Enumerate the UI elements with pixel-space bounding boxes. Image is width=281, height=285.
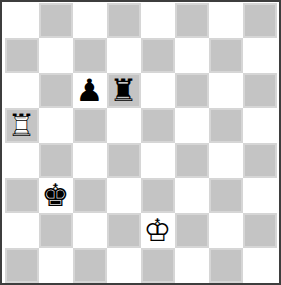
square-h4[interactable] (243, 143, 277, 178)
square-g3[interactable] (209, 178, 243, 213)
piece-white-king[interactable]: ♚♔ (142, 215, 173, 246)
square-f4[interactable] (175, 143, 209, 178)
square-e3[interactable] (141, 178, 175, 213)
square-e8[interactable] (141, 3, 175, 38)
square-e5[interactable] (141, 108, 175, 143)
square-b6[interactable] (39, 73, 73, 108)
square-a4[interactable] (5, 143, 39, 178)
square-c6[interactable]: ♟ (73, 73, 107, 108)
square-c7[interactable] (73, 38, 107, 73)
square-d1[interactable] (107, 248, 141, 283)
chess-board: ♟♜♜♖♚♚♔ (5, 3, 277, 283)
square-c2[interactable] (73, 213, 107, 248)
square-g5[interactable] (209, 108, 243, 143)
square-a3[interactable] (5, 178, 39, 213)
square-f7[interactable] (175, 38, 209, 73)
black-pawn-glyph: ♟ (74, 75, 105, 106)
piece-black-king[interactable]: ♚ (40, 180, 71, 211)
square-c3[interactable] (73, 178, 107, 213)
square-g1[interactable] (209, 248, 243, 283)
square-b4[interactable] (39, 143, 73, 178)
piece-black-pawn[interactable]: ♟ (74, 75, 105, 106)
square-g2[interactable] (209, 213, 243, 248)
black-king-glyph: ♚ (40, 180, 71, 211)
piece-white-rook[interactable]: ♜♖ (6, 110, 37, 141)
square-c4[interactable] (73, 143, 107, 178)
square-c1[interactable] (73, 248, 107, 283)
square-d4[interactable] (107, 143, 141, 178)
square-g6[interactable] (209, 73, 243, 108)
square-e2[interactable]: ♚♔ (141, 213, 175, 248)
square-b8[interactable] (39, 3, 73, 38)
square-c5[interactable] (73, 108, 107, 143)
square-g7[interactable] (209, 38, 243, 73)
square-b3[interactable]: ♚ (39, 178, 73, 213)
square-d3[interactable] (107, 178, 141, 213)
board-frame: ♟♜♜♖♚♚♔ (0, 0, 281, 285)
square-h2[interactable] (243, 213, 277, 248)
square-b7[interactable] (39, 38, 73, 73)
square-a7[interactable] (5, 38, 39, 73)
white-king-glyph: ♔ (142, 215, 173, 246)
black-rook-glyph: ♜ (108, 75, 139, 106)
square-a8[interactable] (5, 3, 39, 38)
square-d6[interactable]: ♜ (107, 73, 141, 108)
square-b1[interactable] (39, 248, 73, 283)
square-e7[interactable] (141, 38, 175, 73)
piece-black-rook[interactable]: ♜ (108, 75, 139, 106)
square-d8[interactable] (107, 3, 141, 38)
square-e6[interactable] (141, 73, 175, 108)
square-f3[interactable] (175, 178, 209, 213)
square-f1[interactable] (175, 248, 209, 283)
square-h8[interactable] (243, 3, 277, 38)
square-b5[interactable] (39, 108, 73, 143)
square-h6[interactable] (243, 73, 277, 108)
square-f5[interactable] (175, 108, 209, 143)
white-rook-glyph: ♖ (6, 110, 37, 141)
square-f2[interactable] (175, 213, 209, 248)
square-e4[interactable] (141, 143, 175, 178)
square-a6[interactable] (5, 73, 39, 108)
square-b2[interactable] (39, 213, 73, 248)
square-d5[interactable] (107, 108, 141, 143)
square-f8[interactable] (175, 3, 209, 38)
square-f6[interactable] (175, 73, 209, 108)
square-a1[interactable] (5, 248, 39, 283)
square-d2[interactable] (107, 213, 141, 248)
square-g8[interactable] (209, 3, 243, 38)
square-g4[interactable] (209, 143, 243, 178)
square-a2[interactable] (5, 213, 39, 248)
square-e1[interactable] (141, 248, 175, 283)
square-h7[interactable] (243, 38, 277, 73)
square-h5[interactable] (243, 108, 277, 143)
chess-diagram: ♟♜♜♖♚♚♔ (0, 0, 281, 285)
square-d7[interactable] (107, 38, 141, 73)
square-a5[interactable]: ♜♖ (5, 108, 39, 143)
square-h1[interactable] (243, 248, 277, 283)
square-c8[interactable] (73, 3, 107, 38)
square-h3[interactable] (243, 178, 277, 213)
